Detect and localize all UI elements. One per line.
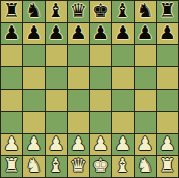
square-f5[interactable] [112, 67, 133, 88]
piece-white-pawn-d2[interactable]: ♟ [70, 134, 87, 153]
square-h3[interactable] [157, 112, 178, 133]
square-a2[interactable]: ♟ [1, 134, 22, 155]
square-g5[interactable] [135, 67, 156, 88]
piece-white-pawn-f2[interactable]: ♟ [114, 134, 131, 153]
square-g3[interactable] [135, 112, 156, 133]
piece-black-knight-b8[interactable]: ♞ [25, 1, 42, 20]
piece-black-pawn-c7[interactable]: ♟ [48, 23, 65, 42]
square-a7[interactable]: ♟ [1, 23, 22, 44]
square-a3[interactable] [1, 112, 22, 133]
square-e3[interactable] [90, 112, 111, 133]
square-a1[interactable]: ♜ [1, 156, 22, 177]
piece-black-pawn-b7[interactable]: ♟ [25, 23, 42, 42]
square-g1[interactable]: ♞ [135, 156, 156, 177]
square-b2[interactable]: ♟ [23, 134, 44, 155]
piece-white-king-e1[interactable]: ♚ [92, 156, 109, 175]
square-c3[interactable] [46, 112, 67, 133]
square-f6[interactable] [112, 45, 133, 66]
square-f8[interactable]: ♝ [112, 1, 133, 22]
square-b4[interactable] [23, 90, 44, 111]
piece-black-rook-h8[interactable]: ♜ [159, 1, 176, 20]
piece-white-rook-h1[interactable]: ♜ [159, 156, 176, 175]
square-b1[interactable]: ♞ [23, 156, 44, 177]
square-e2[interactable]: ♟ [90, 134, 111, 155]
square-f4[interactable] [112, 90, 133, 111]
chess-board: ♜♞♝♛♚♝♞♜♟♟♟♟♟♟♟♟♟♟♟♟♟♟♟♟♜♞♝♛♚♝♞♜ [0, 0, 179, 178]
square-e4[interactable] [90, 90, 111, 111]
square-a4[interactable] [1, 90, 22, 111]
piece-white-pawn-g2[interactable]: ♟ [137, 134, 154, 153]
square-e8[interactable]: ♚ [90, 1, 111, 22]
square-d1[interactable]: ♛ [68, 156, 89, 177]
square-e7[interactable]: ♟ [90, 23, 111, 44]
square-h6[interactable] [157, 45, 178, 66]
square-g4[interactable] [135, 90, 156, 111]
square-h1[interactable]: ♜ [157, 156, 178, 177]
square-g8[interactable]: ♞ [135, 1, 156, 22]
square-f1[interactable]: ♝ [112, 156, 133, 177]
piece-white-rook-a1[interactable]: ♜ [3, 156, 20, 175]
piece-black-bishop-f8[interactable]: ♝ [114, 1, 131, 20]
square-a5[interactable] [1, 67, 22, 88]
chess-board-container: ♜♞♝♛♚♝♞♜♟♟♟♟♟♟♟♟♟♟♟♟♟♟♟♟♜♞♝♛♚♝♞♜ [0, 0, 179, 178]
square-f7[interactable]: ♟ [112, 23, 133, 44]
piece-white-pawn-h2[interactable]: ♟ [159, 134, 176, 153]
piece-white-pawn-b2[interactable]: ♟ [25, 134, 42, 153]
square-b5[interactable] [23, 67, 44, 88]
square-d3[interactable] [68, 112, 89, 133]
square-e5[interactable] [90, 67, 111, 88]
square-a8[interactable]: ♜ [1, 1, 22, 22]
piece-black-pawn-d7[interactable]: ♟ [70, 23, 87, 42]
square-c6[interactable] [46, 45, 67, 66]
square-b3[interactable] [23, 112, 44, 133]
piece-white-pawn-e2[interactable]: ♟ [92, 134, 109, 153]
piece-black-pawn-a7[interactable]: ♟ [3, 23, 20, 42]
piece-white-pawn-c2[interactable]: ♟ [48, 134, 65, 153]
square-c8[interactable]: ♝ [46, 1, 67, 22]
square-g7[interactable]: ♟ [135, 23, 156, 44]
square-d5[interactable] [68, 67, 89, 88]
square-b6[interactable] [23, 45, 44, 66]
square-d6[interactable] [68, 45, 89, 66]
square-d2[interactable]: ♟ [68, 134, 89, 155]
piece-black-pawn-f7[interactable]: ♟ [114, 23, 131, 42]
square-c2[interactable]: ♟ [46, 134, 67, 155]
square-b8[interactable]: ♞ [23, 1, 44, 22]
piece-black-pawn-g7[interactable]: ♟ [137, 23, 154, 42]
piece-white-knight-b1[interactable]: ♞ [25, 156, 42, 175]
square-a6[interactable] [1, 45, 22, 66]
piece-black-pawn-e7[interactable]: ♟ [92, 23, 109, 42]
square-c5[interactable] [46, 67, 67, 88]
square-e6[interactable] [90, 45, 111, 66]
square-f3[interactable] [112, 112, 133, 133]
piece-black-rook-a8[interactable]: ♜ [3, 1, 20, 20]
square-d8[interactable]: ♛ [68, 1, 89, 22]
square-f2[interactable]: ♟ [112, 134, 133, 155]
piece-black-knight-g8[interactable]: ♞ [137, 1, 154, 20]
square-e1[interactable]: ♚ [90, 156, 111, 177]
square-h2[interactable]: ♟ [157, 134, 178, 155]
square-h8[interactable]: ♜ [157, 1, 178, 22]
square-c7[interactable]: ♟ [46, 23, 67, 44]
piece-black-pawn-h7[interactable]: ♟ [159, 23, 176, 42]
square-h4[interactable] [157, 90, 178, 111]
square-c1[interactable]: ♝ [46, 156, 67, 177]
piece-white-pawn-a2[interactable]: ♟ [3, 134, 20, 153]
piece-white-bishop-f1[interactable]: ♝ [114, 156, 131, 175]
square-d7[interactable]: ♟ [68, 23, 89, 44]
square-d4[interactable] [68, 90, 89, 111]
square-g6[interactable] [135, 45, 156, 66]
square-b7[interactable]: ♟ [23, 23, 44, 44]
piece-white-queen-d1[interactable]: ♛ [70, 156, 87, 175]
piece-white-knight-g1[interactable]: ♞ [137, 156, 154, 175]
piece-white-bishop-c1[interactable]: ♝ [48, 156, 65, 175]
square-h5[interactable] [157, 67, 178, 88]
square-h7[interactable]: ♟ [157, 23, 178, 44]
square-c4[interactable] [46, 90, 67, 111]
piece-black-king-e8[interactable]: ♚ [92, 1, 109, 20]
piece-black-queen-d8[interactable]: ♛ [70, 1, 87, 20]
piece-black-bishop-c8[interactable]: ♝ [48, 1, 65, 20]
square-g2[interactable]: ♟ [135, 134, 156, 155]
